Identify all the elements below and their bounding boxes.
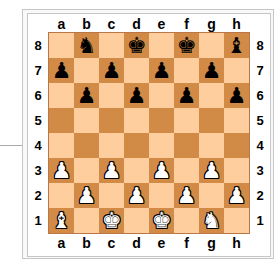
file-label-b: b <box>74 234 99 251</box>
square-b3 <box>74 158 99 183</box>
square-g5 <box>199 108 224 133</box>
rank-label-5: 5 <box>28 108 48 133</box>
rank-label-2: 2 <box>28 183 48 208</box>
piece-black-pawn: ♟ <box>127 85 147 107</box>
chess-diagram: abcdefgh 87654321 ♞♚♚♝♟♟♟♟♟♟♟♟♟♟♟♟♟♟♟♟♝♚… <box>28 15 270 251</box>
page-rule-line <box>0 145 22 146</box>
rank-label-8: 8 <box>28 33 48 58</box>
piece-black-knight: ♞ <box>77 35 97 57</box>
file-label-d: d <box>124 15 149 32</box>
square-g6 <box>199 83 224 108</box>
square-a3: ♟ <box>49 158 74 183</box>
square-d3 <box>124 158 149 183</box>
square-e6 <box>149 83 174 108</box>
square-c5 <box>99 108 124 133</box>
square-c1: ♚ <box>99 208 124 233</box>
file-label-f: f <box>174 15 199 32</box>
square-d4 <box>124 133 149 158</box>
corner-bottom-left <box>28 234 48 251</box>
rank-label-2: 2 <box>250 183 270 208</box>
square-e2 <box>149 183 174 208</box>
square-g7: ♟ <box>199 58 224 83</box>
square-b7 <box>74 58 99 83</box>
square-b5 <box>74 108 99 133</box>
piece-white-pawn: ♟ <box>227 185 247 207</box>
square-d2: ♟ <box>124 183 149 208</box>
rank-label-7: 7 <box>250 58 270 83</box>
file-label-a: a <box>49 15 74 32</box>
square-f3 <box>174 158 199 183</box>
piece-black-pawn: ♟ <box>177 85 197 107</box>
piece-white-king: ♚ <box>102 210 122 232</box>
piece-black-pawn: ♟ <box>102 60 122 82</box>
square-e7: ♟ <box>149 58 174 83</box>
piece-black-pawn: ♟ <box>52 60 72 82</box>
square-b2: ♟ <box>74 183 99 208</box>
square-c2 <box>99 183 124 208</box>
square-a6 <box>49 83 74 108</box>
rank-label-8: 8 <box>250 33 270 58</box>
square-b6: ♟ <box>74 83 99 108</box>
corner-top-left <box>28 15 48 32</box>
piece-white-pawn: ♟ <box>102 160 122 182</box>
rank-label-3: 3 <box>250 158 270 183</box>
piece-black-pawn: ♟ <box>227 85 247 107</box>
rank-label-6: 6 <box>28 83 48 108</box>
square-f6: ♟ <box>174 83 199 108</box>
rank-label-1: 1 <box>28 208 48 233</box>
diagram-inner-frame: abcdefgh 87654321 ♞♚♚♝♟♟♟♟♟♟♟♟♟♟♟♟♟♟♟♟♝♚… <box>27 13 271 257</box>
piece-black-king: ♚ <box>177 35 197 57</box>
square-e1: ♚ <box>149 208 174 233</box>
chess-board: ♞♚♚♝♟♟♟♟♟♟♟♟♟♟♟♟♟♟♟♟♝♚♚♞ <box>48 32 250 234</box>
square-h3 <box>224 158 249 183</box>
piece-white-bishop: ♝ <box>52 210 72 232</box>
square-d8: ♚ <box>124 33 149 58</box>
square-a2 <box>49 183 74 208</box>
square-b4 <box>74 133 99 158</box>
file-label-e: e <box>149 15 174 32</box>
square-f8: ♚ <box>174 33 199 58</box>
square-f1 <box>174 208 199 233</box>
square-c3: ♟ <box>99 158 124 183</box>
rank-label-4: 4 <box>28 133 48 158</box>
piece-black-bishop: ♝ <box>227 35 247 57</box>
square-c8 <box>99 33 124 58</box>
square-e3: ♟ <box>149 158 174 183</box>
square-h5 <box>224 108 249 133</box>
piece-black-pawn: ♟ <box>202 60 222 82</box>
rank-labels-right: 87654321 <box>250 33 270 234</box>
file-labels-bottom: abcdefgh <box>49 234 250 251</box>
rank-label-3: 3 <box>28 158 48 183</box>
rank-label-7: 7 <box>28 58 48 83</box>
square-a7: ♟ <box>49 58 74 83</box>
file-label-b: b <box>74 15 99 32</box>
square-d5 <box>124 108 149 133</box>
piece-white-knight: ♞ <box>202 210 222 232</box>
corner-top-right <box>250 15 270 32</box>
rank-label-5: 5 <box>250 108 270 133</box>
file-label-h: h <box>224 15 249 32</box>
square-a5 <box>49 108 74 133</box>
square-e8 <box>149 33 174 58</box>
square-f5 <box>174 108 199 133</box>
square-h7 <box>224 58 249 83</box>
square-b8: ♞ <box>74 33 99 58</box>
square-b1 <box>74 208 99 233</box>
rank-label-4: 4 <box>250 133 270 158</box>
piece-white-king: ♚ <box>152 210 172 232</box>
square-g4 <box>199 133 224 158</box>
square-d6: ♟ <box>124 83 149 108</box>
square-d7 <box>124 58 149 83</box>
square-c6 <box>99 83 124 108</box>
square-g8 <box>199 33 224 58</box>
square-c7: ♟ <box>99 58 124 83</box>
square-h8: ♝ <box>224 33 249 58</box>
rank-labels-left: 87654321 <box>28 33 48 234</box>
piece-white-pawn: ♟ <box>202 160 222 182</box>
square-e4 <box>149 133 174 158</box>
piece-black-pawn: ♟ <box>152 60 172 82</box>
file-label-g: g <box>199 234 224 251</box>
square-h6: ♟ <box>224 83 249 108</box>
piece-white-pawn: ♟ <box>77 185 97 207</box>
file-label-d: d <box>124 234 149 251</box>
file-label-g: g <box>199 15 224 32</box>
file-label-c: c <box>99 234 124 251</box>
file-label-h: h <box>224 234 249 251</box>
file-label-f: f <box>174 234 199 251</box>
square-g1: ♞ <box>199 208 224 233</box>
square-c4 <box>99 133 124 158</box>
piece-white-pawn: ♟ <box>127 185 147 207</box>
square-f2: ♟ <box>174 183 199 208</box>
square-h1 <box>224 208 249 233</box>
square-d1 <box>124 208 149 233</box>
rank-label-6: 6 <box>250 83 270 108</box>
piece-white-pawn: ♟ <box>177 185 197 207</box>
square-h2: ♟ <box>224 183 249 208</box>
square-g3: ♟ <box>199 158 224 183</box>
square-f4 <box>174 133 199 158</box>
piece-black-king: ♚ <box>127 35 147 57</box>
file-label-e: e <box>149 234 174 251</box>
file-label-c: c <box>99 15 124 32</box>
piece-black-pawn: ♟ <box>77 85 97 107</box>
square-f7 <box>174 58 199 83</box>
square-a1: ♝ <box>49 208 74 233</box>
square-e5 <box>149 108 174 133</box>
rank-label-1: 1 <box>250 208 270 233</box>
file-label-a: a <box>49 234 74 251</box>
diagram-outer-frame: abcdefgh 87654321 ♞♚♚♝♟♟♟♟♟♟♟♟♟♟♟♟♟♟♟♟♝♚… <box>22 9 274 259</box>
square-a8 <box>49 33 74 58</box>
square-g2 <box>199 183 224 208</box>
piece-white-pawn: ♟ <box>152 160 172 182</box>
square-a4 <box>49 133 74 158</box>
square-h4 <box>224 133 249 158</box>
corner-bottom-right <box>250 234 270 251</box>
file-labels-top: abcdefgh <box>49 15 250 32</box>
piece-white-pawn: ♟ <box>52 160 72 182</box>
